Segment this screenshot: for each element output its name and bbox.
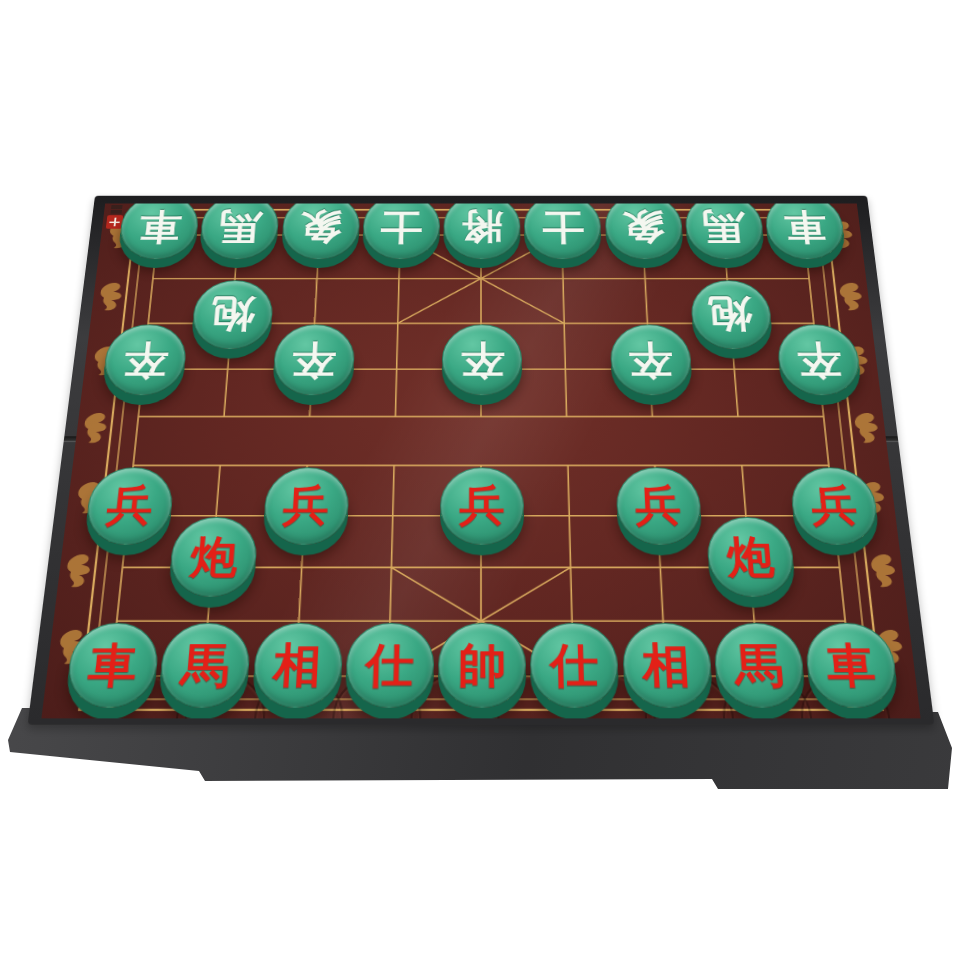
piece-black-general[interactable]: 將 <box>443 204 520 260</box>
piece-red-soldier[interactable]: 兵 <box>789 467 881 544</box>
piece-black-soldier[interactable]: 卒 <box>442 325 523 396</box>
piece-black-cannon[interactable]: 炮 <box>190 280 274 349</box>
pieces-layer: 車馬象士將士象馬車炮炮卒卒卒卒卒兵兵兵兵兵炮炮車馬相仕帥仕相馬車 <box>41 204 920 719</box>
piece-glyph: 卒 <box>291 340 337 379</box>
piece-red-elephant[interactable]: 相 <box>621 623 713 708</box>
piece-black-soldier[interactable]: 卒 <box>775 325 863 396</box>
piece-glyph: 兵 <box>809 484 859 526</box>
piece-black-chariot[interactable]: 車 <box>117 204 201 260</box>
piece-black-chariot[interactable]: 車 <box>763 204 847 260</box>
piece-red-cannon[interactable]: 炮 <box>168 517 259 597</box>
board-surface: 車馬象士將士象馬車炮炮卒卒卒卒卒兵兵兵兵兵炮炮車馬相仕帥仕相馬車 <box>41 204 920 719</box>
piece-glyph: 象 <box>621 209 665 245</box>
piece-glyph: 仕 <box>550 642 599 689</box>
piece-glyph: 炮 <box>725 535 775 579</box>
piece-glyph: 車 <box>87 642 140 689</box>
xiangqi-board: 車馬象士將士象馬車炮炮卒卒卒卒卒兵兵兵兵兵炮炮車馬相仕帥仕相馬車 <box>28 196 935 725</box>
piece-glyph: 炮 <box>189 535 239 579</box>
piece-glyph: 兵 <box>634 484 682 526</box>
piece-glyph: 車 <box>782 209 828 245</box>
piece-glyph: 馬 <box>179 642 231 689</box>
piece-black-elephant[interactable]: 象 <box>604 204 684 260</box>
piece-red-advisor[interactable]: 仕 <box>344 623 434 708</box>
piece-glyph: 兵 <box>282 484 330 526</box>
piece-glyph: 卒 <box>121 340 169 379</box>
piece-glyph: 士 <box>541 209 584 245</box>
piece-glyph: 象 <box>299 209 343 245</box>
piece-glyph: 炮 <box>210 295 256 333</box>
piece-red-cannon[interactable]: 炮 <box>705 517 796 597</box>
piece-glyph: 卒 <box>795 340 843 379</box>
piece-glyph: 車 <box>825 642 878 689</box>
piece-glyph: 炮 <box>708 295 754 333</box>
piece-black-cannon[interactable]: 炮 <box>689 280 773 349</box>
piece-glyph: 馬 <box>733 642 785 689</box>
piece-black-horse[interactable]: 馬 <box>199 204 281 260</box>
piece-red-general[interactable]: 帥 <box>438 623 527 708</box>
piece-red-soldier[interactable]: 兵 <box>84 467 176 544</box>
piece-red-chariot[interactable]: 車 <box>64 623 161 708</box>
piece-red-elephant[interactable]: 相 <box>251 623 343 708</box>
piece-glyph: 相 <box>272 642 323 689</box>
piece-red-soldier[interactable]: 兵 <box>440 467 525 544</box>
piece-red-soldier[interactable]: 兵 <box>615 467 703 544</box>
piece-glyph: 兵 <box>459 484 505 526</box>
xiangqi-set-photo: 車馬象士將士象馬車炮炮卒卒卒卒卒兵兵兵兵兵炮炮車馬相仕帥仕相馬車 <box>0 0 960 960</box>
piece-black-soldier[interactable]: 卒 <box>101 325 188 396</box>
piece-glyph: 相 <box>641 642 692 689</box>
piece-red-horse[interactable]: 馬 <box>712 623 806 708</box>
piece-red-advisor[interactable]: 仕 <box>530 623 620 708</box>
piece-black-advisor[interactable]: 士 <box>524 204 602 260</box>
piece-black-horse[interactable]: 馬 <box>683 204 765 260</box>
piece-glyph: 帥 <box>458 642 506 689</box>
piece-glyph: 兵 <box>105 484 155 526</box>
piece-red-chariot[interactable]: 車 <box>803 623 900 708</box>
piece-glyph: 馬 <box>702 209 747 245</box>
piece-black-elephant[interactable]: 象 <box>280 204 360 260</box>
piece-black-advisor[interactable]: 士 <box>362 204 440 260</box>
piece-glyph: 卒 <box>460 340 504 379</box>
piece-glyph: 馬 <box>217 209 262 245</box>
piece-glyph: 將 <box>461 209 503 245</box>
piece-glyph: 車 <box>136 209 182 245</box>
piece-red-horse[interactable]: 馬 <box>158 623 252 708</box>
piece-black-soldier[interactable]: 卒 <box>271 325 355 396</box>
piece-glyph: 卒 <box>627 340 673 379</box>
piece-black-soldier[interactable]: 卒 <box>609 325 693 396</box>
piece-glyph: 仕 <box>365 642 414 689</box>
piece-glyph: 士 <box>380 209 423 245</box>
piece-red-soldier[interactable]: 兵 <box>262 467 350 544</box>
